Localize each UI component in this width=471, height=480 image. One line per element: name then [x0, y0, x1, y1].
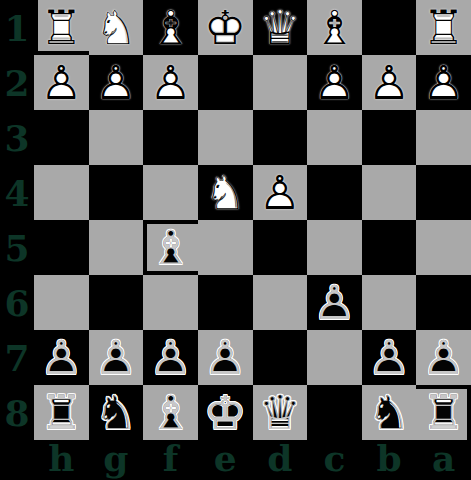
white-bishop-outline-icon: ♗ [143, 0, 198, 55]
square-e8[interactable]: ♚♔ [198, 385, 253, 440]
square-b4[interactable] [362, 165, 417, 220]
white-pawn[interactable]: ♟♙ [362, 55, 417, 110]
square-a1[interactable]: ♜♖ [416, 0, 471, 55]
chessboard: 1♜♖♞♘♝♗♚♔♛♕♝♗♜♖2♟♙♟♙♟♙♟♙♟♙♟♙34♞♘♟♙5♝♗6♟♙… [0, 0, 471, 480]
rank-label-7: 7 [0, 330, 34, 385]
black-pawn-outline-icon: ♙ [143, 330, 198, 385]
white-pawn[interactable]: ♟♙ [253, 165, 308, 220]
black-bishop-outline-icon: ♗ [143, 220, 198, 275]
black-knight-outline-icon: ♘ [362, 385, 417, 440]
black-queen[interactable]: ♛♕ [253, 385, 308, 440]
white-king-outline-icon: ♔ [198, 0, 253, 55]
white-bishop[interactable]: ♝♗ [143, 0, 198, 55]
black-rook-outline-icon: ♖ [34, 385, 89, 440]
square-f2[interactable]: ♟♙ [143, 55, 198, 110]
square-h5[interactable] [34, 220, 89, 275]
rank-label-2: 2 [0, 55, 34, 110]
black-pawn[interactable]: ♟♙ [34, 330, 89, 385]
square-e3[interactable] [198, 110, 253, 165]
black-pawn[interactable]: ♟♙ [307, 275, 362, 330]
square-f4[interactable] [143, 165, 198, 220]
white-knight[interactable]: ♞♘ [89, 0, 144, 55]
square-c5[interactable] [307, 220, 362, 275]
white-pawn-outline-icon: ♙ [143, 55, 198, 110]
square-h7[interactable]: ♟♙ [34, 330, 89, 385]
black-pawn[interactable]: ♟♙ [416, 330, 471, 385]
square-h4[interactable] [34, 165, 89, 220]
black-pawn-outline-icon: ♙ [416, 330, 471, 385]
white-knight-outline-icon: ♘ [89, 0, 144, 55]
white-pawn-outline-icon: ♙ [416, 55, 471, 110]
square-c7[interactable] [307, 330, 362, 385]
black-pawn-outline-icon: ♙ [34, 330, 89, 385]
square-g1[interactable]: ♞♘ [89, 0, 144, 55]
square-a3[interactable] [416, 110, 471, 165]
square-g2[interactable]: ♟♙ [89, 55, 144, 110]
white-bishop-outline-icon: ♗ [307, 0, 362, 55]
square-f7[interactable]: ♟♙ [143, 330, 198, 385]
square-d5[interactable] [253, 220, 308, 275]
white-pawn-outline-icon: ♙ [307, 55, 362, 110]
square-a8[interactable]: ♜♖ [416, 385, 471, 440]
black-knight[interactable]: ♞♘ [89, 385, 144, 440]
black-bishop[interactable]: ♝♗ [143, 220, 198, 275]
square-c1[interactable]: ♝♗ [307, 0, 362, 55]
square-g7[interactable]: ♟♙ [89, 330, 144, 385]
square-f8[interactable]: ♝♗ [143, 385, 198, 440]
white-pawn-outline-icon: ♙ [362, 55, 417, 110]
square-b3[interactable] [362, 110, 417, 165]
black-bishop[interactable]: ♝♗ [143, 385, 198, 440]
white-rook[interactable]: ♜♖ [34, 0, 89, 55]
square-a7[interactable]: ♟♙ [416, 330, 471, 385]
square-c3[interactable] [307, 110, 362, 165]
white-pawn-outline-icon: ♙ [253, 165, 308, 220]
file-label-b: b [362, 440, 417, 480]
square-c8[interactable] [307, 385, 362, 440]
white-queen[interactable]: ♛♕ [253, 0, 308, 55]
black-pawn[interactable]: ♟♙ [143, 330, 198, 385]
white-pawn[interactable]: ♟♙ [89, 55, 144, 110]
square-f3[interactable] [143, 110, 198, 165]
square-d6[interactable] [253, 275, 308, 330]
square-d8[interactable]: ♛♕ [253, 385, 308, 440]
black-pawn[interactable]: ♟♙ [198, 330, 253, 385]
square-h3[interactable] [34, 110, 89, 165]
white-queen-outline-icon: ♕ [253, 0, 308, 55]
square-g8[interactable]: ♞♘ [89, 385, 144, 440]
black-bishop-outline-icon: ♗ [143, 385, 198, 440]
white-rook[interactable]: ♜♖ [416, 0, 471, 55]
white-knight[interactable]: ♞♘ [198, 165, 253, 220]
square-e2[interactable] [198, 55, 253, 110]
square-a2[interactable]: ♟♙ [416, 55, 471, 110]
square-a4[interactable] [416, 165, 471, 220]
file-label-c: c [307, 440, 362, 480]
file-label-e: e [198, 440, 253, 480]
square-e1[interactable]: ♚♔ [198, 0, 253, 55]
square-g5[interactable] [89, 220, 144, 275]
white-pawn-outline-icon: ♙ [34, 55, 89, 110]
white-pawn-outline-icon: ♙ [89, 55, 144, 110]
rank-label-5: 5 [0, 220, 34, 275]
white-rook-outline-icon: ♖ [34, 0, 89, 55]
square-d3[interactable] [253, 110, 308, 165]
rank-label-8: 8 [0, 385, 34, 440]
square-b2[interactable]: ♟♙ [362, 55, 417, 110]
square-e5[interactable] [198, 220, 253, 275]
square-e6[interactable] [198, 275, 253, 330]
white-king[interactable]: ♚♔ [198, 0, 253, 55]
white-pawn[interactable]: ♟♙ [307, 55, 362, 110]
square-g4[interactable] [89, 165, 144, 220]
black-rook[interactable]: ♜♖ [34, 385, 89, 440]
square-h2[interactable]: ♟♙ [34, 55, 89, 110]
file-label-a: a [416, 440, 471, 480]
white-pawn[interactable]: ♟♙ [34, 55, 89, 110]
white-pawn[interactable]: ♟♙ [143, 55, 198, 110]
black-pawn-outline-icon: ♙ [89, 330, 144, 385]
rank-label-4: 4 [0, 165, 34, 220]
file-label-f: f [143, 440, 198, 480]
black-king[interactable]: ♚♔ [198, 385, 253, 440]
corner-spacer [0, 440, 34, 480]
file-label-g: g [89, 440, 144, 480]
square-a6[interactable] [416, 275, 471, 330]
square-b8[interactable]: ♞♘ [362, 385, 417, 440]
square-a5[interactable] [416, 220, 471, 275]
rank-label-1: 1 [0, 0, 34, 55]
square-e4[interactable]: ♞♘ [198, 165, 253, 220]
black-pawn[interactable]: ♟♙ [89, 330, 144, 385]
square-c6[interactable]: ♟♙ [307, 275, 362, 330]
square-f5[interactable]: ♝♗ [143, 220, 198, 275]
black-knight-outline-icon: ♘ [89, 385, 144, 440]
square-h8[interactable]: ♜♖ [34, 385, 89, 440]
black-rook[interactable]: ♜♖ [416, 385, 471, 440]
black-pawn-outline-icon: ♙ [362, 330, 417, 385]
white-bishop[interactable]: ♝♗ [307, 0, 362, 55]
square-c2[interactable]: ♟♙ [307, 55, 362, 110]
white-knight-outline-icon: ♘ [198, 165, 253, 220]
square-b1[interactable] [362, 0, 417, 55]
square-b5[interactable] [362, 220, 417, 275]
square-f6[interactable] [143, 275, 198, 330]
black-queen-outline-icon: ♕ [253, 385, 308, 440]
black-pawn-outline-icon: ♙ [198, 330, 253, 385]
square-d2[interactable] [253, 55, 308, 110]
rank-label-6: 6 [0, 275, 34, 330]
square-h6[interactable] [34, 275, 89, 330]
square-d7[interactable] [253, 330, 308, 385]
square-e7[interactable]: ♟♙ [198, 330, 253, 385]
black-king-outline-icon: ♔ [198, 385, 253, 440]
square-g3[interactable] [89, 110, 144, 165]
square-c4[interactable] [307, 165, 362, 220]
square-b7[interactable]: ♟♙ [362, 330, 417, 385]
black-knight[interactable]: ♞♘ [362, 385, 417, 440]
square-h1[interactable]: ♜♖ [34, 0, 89, 55]
file-label-d: d [253, 440, 308, 480]
square-d4[interactable]: ♟♙ [253, 165, 308, 220]
black-rook-outline-icon: ♖ [416, 385, 471, 440]
white-pawn[interactable]: ♟♙ [416, 55, 471, 110]
black-pawn-outline-icon: ♙ [307, 275, 362, 330]
square-g6[interactable] [89, 275, 144, 330]
file-label-h: h [34, 440, 89, 480]
square-d1[interactable]: ♛♕ [253, 0, 308, 55]
rank-label-3: 3 [0, 110, 34, 165]
white-rook-outline-icon: ♖ [416, 0, 471, 55]
square-f1[interactable]: ♝♗ [143, 0, 198, 55]
square-b6[interactable] [362, 275, 417, 330]
black-pawn[interactable]: ♟♙ [362, 330, 417, 385]
